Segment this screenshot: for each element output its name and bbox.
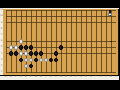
row-label: 1: [0, 71, 3, 73]
white-stone: [14, 45, 19, 50]
column-label: X: [113, 76, 118, 78]
dot-icon: [110, 15, 111, 16]
row-label: 3: [0, 59, 3, 61]
white-stone: [9, 45, 14, 50]
row-label: 2: [0, 65, 3, 67]
row-label: 7: [0, 34, 3, 36]
row-label: 8: [0, 28, 3, 30]
next-move-indicator-icon: [108, 10, 112, 17]
black-stone: [19, 45, 24, 50]
black-stone: [24, 45, 29, 50]
row-label: 4: [0, 53, 3, 55]
black-stone: [59, 45, 64, 50]
black-stone: [29, 45, 34, 50]
row-label: 6: [0, 40, 3, 42]
goban-frame: [0, 8, 119, 80]
row-label: 10: [0, 15, 3, 17]
app-window: 1110987654321ABCDEFGHJKLMNOPQRSTUVWX: [0, 0, 120, 90]
white-stone: [19, 39, 24, 44]
row-label: 5: [0, 46, 3, 48]
row-label: 9: [0, 22, 3, 24]
row-label: 11: [0, 9, 3, 11]
white-stone-icon: [108, 13, 111, 17]
star-point: [110, 41, 112, 43]
